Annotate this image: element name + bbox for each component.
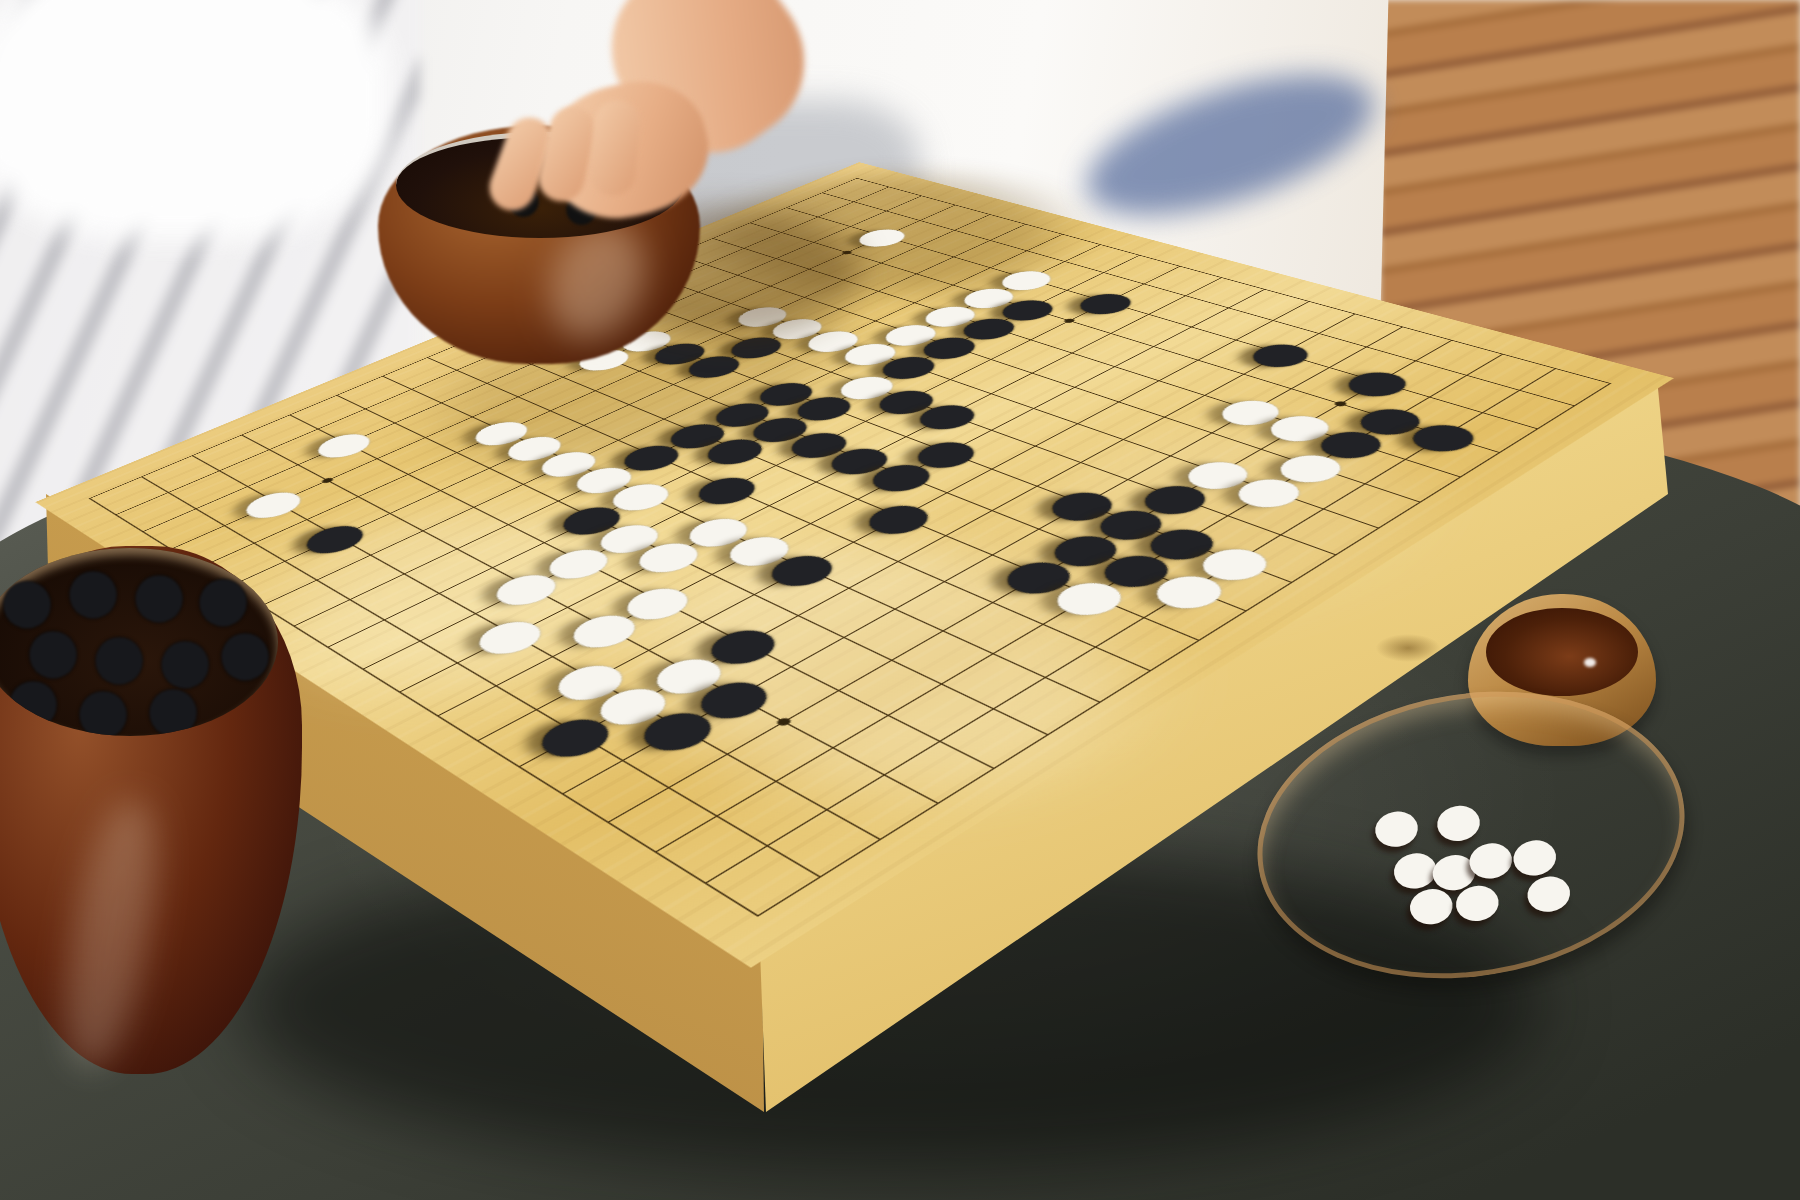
tea-surface [1486, 608, 1638, 696]
black-stone-in-bowl[interactable]: ● [132, 568, 184, 620]
black-stone-in-bowl[interactable]: ● [146, 682, 198, 734]
tea-highlight [1584, 658, 1596, 667]
black-stone-in-bowl[interactable]: ● [66, 564, 118, 616]
captured-white-stone[interactable]: ● [1521, 868, 1575, 914]
black-stone-in-bowl[interactable]: ● [76, 684, 128, 736]
captured-white-stone[interactable]: ● [1449, 877, 1503, 923]
go-game-photo: ●●●●●●●●●●●●●●●●●●●●●●●●●●●●●●●●●●●●●●●●… [0, 0, 1800, 1200]
black-stone-in-bowl[interactable]: ● [218, 626, 270, 678]
